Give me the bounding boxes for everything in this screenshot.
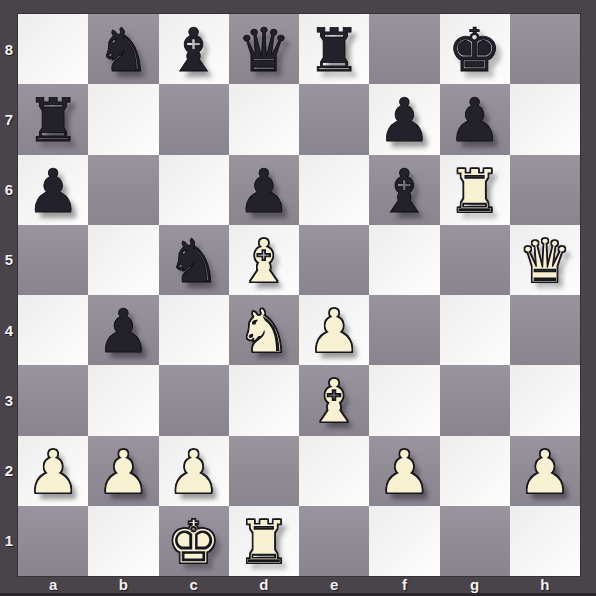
square-e8[interactable]: ♜ bbox=[299, 14, 369, 84]
chessboard-frame: 87654321 ♞♝♛♜♚♜♟♟♟♟♝♜♞♝♛♟♞♟♝♟♟♟♟♟♚♜ abcd… bbox=[0, 0, 596, 596]
square-d5[interactable]: ♝ bbox=[229, 225, 299, 295]
piece-white-bishop[interactable]: ♝ bbox=[307, 371, 361, 431]
square-h3[interactable] bbox=[510, 365, 580, 435]
piece-white-knight[interactable]: ♞ bbox=[237, 301, 291, 361]
square-a1[interactable] bbox=[18, 506, 88, 576]
file-label-g: g bbox=[440, 576, 510, 594]
piece-black-knight[interactable]: ♞ bbox=[167, 231, 221, 291]
square-h7[interactable] bbox=[510, 84, 580, 154]
square-e6[interactable] bbox=[299, 155, 369, 225]
piece-white-pawn[interactable]: ♟ bbox=[307, 301, 361, 361]
square-h8[interactable] bbox=[510, 14, 580, 84]
square-d6[interactable]: ♟ bbox=[229, 155, 299, 225]
piece-black-pawn[interactable]: ♟ bbox=[237, 161, 291, 221]
square-c7[interactable] bbox=[159, 84, 229, 154]
rank-labels: 87654321 bbox=[0, 14, 18, 576]
piece-white-pawn[interactable]: ♟ bbox=[518, 442, 572, 502]
square-e2[interactable] bbox=[299, 436, 369, 506]
square-b8[interactable]: ♞ bbox=[88, 14, 158, 84]
square-c1[interactable]: ♚ bbox=[159, 506, 229, 576]
square-c3[interactable] bbox=[159, 365, 229, 435]
square-d2[interactable] bbox=[229, 436, 299, 506]
square-a4[interactable] bbox=[18, 295, 88, 365]
file-labels: abcdefgh bbox=[18, 576, 580, 594]
piece-black-pawn[interactable]: ♟ bbox=[448, 90, 502, 150]
square-f4[interactable] bbox=[369, 295, 439, 365]
piece-black-king[interactable]: ♚ bbox=[448, 20, 502, 80]
rank-label-1: 1 bbox=[0, 506, 18, 576]
square-c4[interactable] bbox=[159, 295, 229, 365]
file-label-h: h bbox=[510, 576, 580, 594]
square-g8[interactable]: ♚ bbox=[440, 14, 510, 84]
piece-white-pawn[interactable]: ♟ bbox=[377, 442, 431, 502]
piece-white-pawn[interactable]: ♟ bbox=[26, 442, 80, 502]
square-h1[interactable] bbox=[510, 506, 580, 576]
square-f1[interactable] bbox=[369, 506, 439, 576]
piece-black-pawn[interactable]: ♟ bbox=[26, 161, 80, 221]
square-f3[interactable] bbox=[369, 365, 439, 435]
square-f5[interactable] bbox=[369, 225, 439, 295]
square-g4[interactable] bbox=[440, 295, 510, 365]
piece-black-queen[interactable]: ♛ bbox=[237, 20, 291, 80]
piece-black-bishop[interactable]: ♝ bbox=[377, 161, 431, 221]
file-label-a: a bbox=[18, 576, 88, 594]
rank-label-7: 7 bbox=[0, 84, 18, 154]
square-b3[interactable] bbox=[88, 365, 158, 435]
square-d4[interactable]: ♞ bbox=[229, 295, 299, 365]
square-f6[interactable]: ♝ bbox=[369, 155, 439, 225]
rank-label-2: 2 bbox=[0, 436, 18, 506]
square-f7[interactable]: ♟ bbox=[369, 84, 439, 154]
square-d8[interactable]: ♛ bbox=[229, 14, 299, 84]
square-c5[interactable]: ♞ bbox=[159, 225, 229, 295]
square-c6[interactable] bbox=[159, 155, 229, 225]
piece-black-rook[interactable]: ♜ bbox=[307, 20, 361, 80]
square-e1[interactable] bbox=[299, 506, 369, 576]
rank-label-6: 6 bbox=[0, 155, 18, 225]
file-label-b: b bbox=[88, 576, 158, 594]
square-f8[interactable] bbox=[369, 14, 439, 84]
square-a6[interactable]: ♟ bbox=[18, 155, 88, 225]
square-d3[interactable] bbox=[229, 365, 299, 435]
file-label-f: f bbox=[369, 576, 439, 594]
square-b7[interactable] bbox=[88, 84, 158, 154]
square-g2[interactable] bbox=[440, 436, 510, 506]
square-h2[interactable]: ♟ bbox=[510, 436, 580, 506]
rank-label-4: 4 bbox=[0, 295, 18, 365]
square-a7[interactable]: ♜ bbox=[18, 84, 88, 154]
square-e7[interactable] bbox=[299, 84, 369, 154]
square-b2[interactable]: ♟ bbox=[88, 436, 158, 506]
square-g5[interactable] bbox=[440, 225, 510, 295]
square-g7[interactable]: ♟ bbox=[440, 84, 510, 154]
square-b4[interactable]: ♟ bbox=[88, 295, 158, 365]
board: ♞♝♛♜♚♜♟♟♟♟♝♜♞♝♛♟♞♟♝♟♟♟♟♟♚♜ bbox=[18, 14, 580, 576]
square-a2[interactable]: ♟ bbox=[18, 436, 88, 506]
square-c8[interactable]: ♝ bbox=[159, 14, 229, 84]
square-b5[interactable] bbox=[88, 225, 158, 295]
piece-white-rook[interactable]: ♜ bbox=[448, 161, 502, 221]
piece-white-pawn[interactable]: ♟ bbox=[167, 442, 221, 502]
square-b1[interactable] bbox=[88, 506, 158, 576]
piece-white-king[interactable]: ♚ bbox=[167, 512, 221, 572]
square-a5[interactable] bbox=[18, 225, 88, 295]
square-a8[interactable] bbox=[18, 14, 88, 84]
square-e3[interactable]: ♝ bbox=[299, 365, 369, 435]
rank-label-8: 8 bbox=[0, 14, 18, 84]
square-d7[interactable] bbox=[229, 84, 299, 154]
square-h5[interactable]: ♛ bbox=[510, 225, 580, 295]
square-b6[interactable] bbox=[88, 155, 158, 225]
square-d1[interactable]: ♜ bbox=[229, 506, 299, 576]
square-f2[interactable]: ♟ bbox=[369, 436, 439, 506]
file-label-e: e bbox=[299, 576, 369, 594]
file-label-d: d bbox=[229, 576, 299, 594]
rank-label-5: 5 bbox=[0, 225, 18, 295]
square-c2[interactable]: ♟ bbox=[159, 436, 229, 506]
square-g1[interactable] bbox=[440, 506, 510, 576]
file-label-c: c bbox=[159, 576, 229, 594]
square-h4[interactable] bbox=[510, 295, 580, 365]
square-g3[interactable] bbox=[440, 365, 510, 435]
square-g6[interactable]: ♜ bbox=[440, 155, 510, 225]
piece-white-queen[interactable]: ♛ bbox=[518, 231, 572, 291]
piece-black-pawn[interactable]: ♟ bbox=[96, 301, 150, 361]
piece-white-pawn[interactable]: ♟ bbox=[96, 442, 150, 502]
square-h6[interactable] bbox=[510, 155, 580, 225]
piece-black-knight[interactable]: ♞ bbox=[96, 20, 150, 80]
piece-black-bishop[interactable]: ♝ bbox=[167, 20, 221, 80]
piece-black-pawn[interactable]: ♟ bbox=[377, 90, 431, 150]
square-a3[interactable] bbox=[18, 365, 88, 435]
rank-label-3: 3 bbox=[0, 365, 18, 435]
square-e5[interactable] bbox=[299, 225, 369, 295]
piece-black-rook[interactable]: ♜ bbox=[26, 90, 80, 150]
piece-white-rook[interactable]: ♜ bbox=[237, 512, 291, 572]
square-e4[interactable]: ♟ bbox=[299, 295, 369, 365]
piece-white-bishop[interactable]: ♝ bbox=[237, 231, 291, 291]
